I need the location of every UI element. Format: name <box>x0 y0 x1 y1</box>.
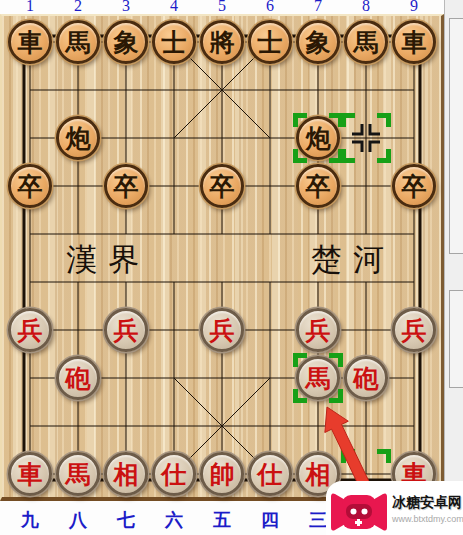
red-piece-仕[interactable]: 仕 <box>248 452 292 496</box>
top-file-label: 9 <box>390 0 438 15</box>
bottom-file-label: 九 <box>6 508 54 532</box>
red-piece-帥[interactable]: 帥 <box>200 452 244 496</box>
red-piece-兵[interactable]: 兵 <box>8 308 52 352</box>
top-file-label: 4 <box>150 0 198 15</box>
bottom-file-label: 七 <box>102 508 150 532</box>
side-groupbox-top <box>449 18 463 254</box>
black-piece-卒[interactable]: 卒 <box>104 164 148 208</box>
top-file-label: 7 <box>294 0 342 15</box>
red-piece-兵[interactable]: 兵 <box>104 308 148 352</box>
black-piece-士[interactable]: 士 <box>152 20 196 64</box>
river-label-han: 漢界 <box>66 240 150 280</box>
black-piece-卒[interactable]: 卒 <box>8 164 52 208</box>
watermark: 冰糖安卓网 www.btxtdmy.com <box>326 481 463 535</box>
red-piece-砲[interactable]: 砲 <box>56 356 100 400</box>
top-file-label: 6 <box>246 0 294 15</box>
black-piece-將[interactable]: 將 <box>200 20 244 64</box>
black-piece-象[interactable]: 象 <box>296 20 340 64</box>
black-piece-士[interactable]: 士 <box>248 20 292 64</box>
red-piece-馬[interactable]: 馬 <box>56 452 100 496</box>
black-piece-車[interactable]: 車 <box>392 20 436 64</box>
black-piece-卒[interactable]: 卒 <box>200 164 244 208</box>
top-file-label: 2 <box>54 0 102 15</box>
river-label-chu: 楚河 <box>311 240 395 280</box>
black-piece-卒[interactable]: 卒 <box>296 164 340 208</box>
top-file-label: 1 <box>6 0 54 15</box>
red-piece-砲[interactable]: 砲 <box>344 356 388 400</box>
top-file-label: 8 <box>342 0 390 15</box>
watermark-title: 冰糖安卓网 <box>392 494 462 512</box>
red-piece-相[interactable]: 相 <box>104 452 148 496</box>
black-piece-卒[interactable]: 卒 <box>392 164 436 208</box>
red-piece-仕[interactable]: 仕 <box>152 452 196 496</box>
black-piece-馬[interactable]: 馬 <box>344 20 388 64</box>
bottom-file-label: 五 <box>198 508 246 532</box>
xiangqi-app-window: 漢界 楚河 車馬象士將士象馬車炮炮卒卒卒卒卒兵兵兵兵兵砲馬砲車馬相仕帥仕相車 1… <box>0 0 463 535</box>
bottom-file-label: 八 <box>54 508 102 532</box>
bottom-file-label: 六 <box>150 508 198 532</box>
top-file-label: 3 <box>102 0 150 15</box>
side-groupbox-bottom <box>449 290 463 388</box>
red-piece-兵[interactable]: 兵 <box>296 308 340 352</box>
red-piece-兵[interactable]: 兵 <box>392 308 436 352</box>
watermark-url: www.btxtdmy.com <box>392 514 463 524</box>
bottom-file-label: 四 <box>246 508 294 532</box>
black-piece-車[interactable]: 車 <box>8 20 52 64</box>
red-piece-馬[interactable]: 馬 <box>296 356 340 400</box>
red-piece-車[interactable]: 車 <box>8 452 52 496</box>
right-side-panel <box>444 0 463 535</box>
top-file-label: 5 <box>198 0 246 15</box>
black-piece-炮[interactable]: 炮 <box>296 116 340 160</box>
red-piece-兵[interactable]: 兵 <box>200 308 244 352</box>
candy-logo-icon <box>330 491 388 533</box>
black-piece-炮[interactable]: 炮 <box>56 116 100 160</box>
black-piece-馬[interactable]: 馬 <box>56 20 100 64</box>
black-piece-象[interactable]: 象 <box>104 20 148 64</box>
